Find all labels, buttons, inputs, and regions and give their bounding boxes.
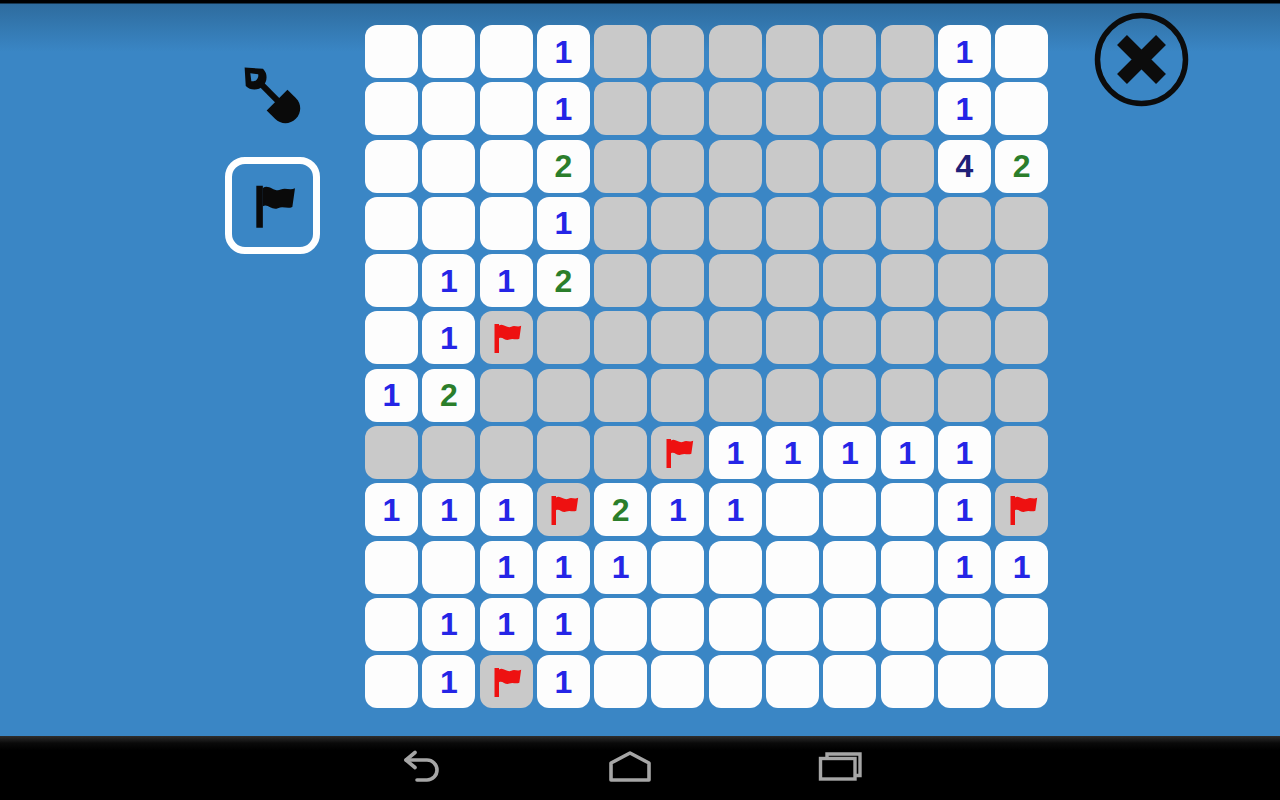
cell-r6-c2[interactable]: 1	[422, 311, 475, 364]
cell-r1-c8[interactable]	[766, 25, 819, 78]
cell-r6-c10[interactable]	[881, 311, 934, 364]
cell-r2-c2[interactable]	[422, 82, 475, 135]
cell-r6-c9[interactable]	[823, 311, 876, 364]
cell-r12-c12[interactable]	[995, 655, 1048, 708]
back-button[interactable]	[398, 750, 446, 787]
cell-r8-c8[interactable]: 1	[766, 426, 819, 479]
cell-r9-c6[interactable]: 1	[651, 483, 704, 536]
cell-r12-c8[interactable]	[766, 655, 819, 708]
recents-icon	[817, 751, 863, 783]
cell-r12-c5[interactable]	[594, 655, 647, 708]
flag-icon	[658, 433, 698, 473]
cell-r11-c12[interactable]	[995, 598, 1048, 651]
cell-r3-c12[interactable]: 2	[995, 140, 1048, 193]
cell-r6-c8[interactable]	[766, 311, 819, 364]
cell-r1-c6[interactable]	[651, 25, 704, 78]
cell-r9-c12[interactable]	[995, 483, 1048, 536]
cell-r3-c7[interactable]	[709, 140, 762, 193]
cell-r10-c9[interactable]	[823, 541, 876, 594]
cell-r12-c7[interactable]	[709, 655, 762, 708]
cell-r4-c11[interactable]	[938, 197, 991, 250]
cell-r1-c9[interactable]	[823, 25, 876, 78]
cell-r6-c3[interactable]	[480, 311, 533, 364]
cell-r9-c9[interactable]	[823, 483, 876, 536]
cell-r9-c10[interactable]	[881, 483, 934, 536]
cell-r3-c4[interactable]: 2	[537, 140, 590, 193]
cell-r4-c7[interactable]	[709, 197, 762, 250]
cell-r8-c7[interactable]: 1	[709, 426, 762, 479]
cell-r2-c7[interactable]	[709, 82, 762, 135]
cell-r12-c10[interactable]	[881, 655, 934, 708]
cell-r4-c5[interactable]	[594, 197, 647, 250]
cell-r1-c1[interactable]	[365, 25, 418, 78]
cell-r6-c12[interactable]	[995, 311, 1048, 364]
cell-r4-c1[interactable]	[365, 197, 418, 250]
cell-r10-c6[interactable]	[651, 541, 704, 594]
android-navbar	[0, 736, 1280, 800]
recents-button[interactable]	[817, 751, 863, 786]
cell-r10-c4[interactable]: 1	[537, 541, 590, 594]
cell-r5-c4[interactable]: 2	[537, 254, 590, 307]
cell-r5-c9[interactable]	[823, 254, 876, 307]
cell-r3-c5[interactable]	[594, 140, 647, 193]
cell-r6-c1[interactable]	[365, 311, 418, 364]
cell-r1-c7[interactable]	[709, 25, 762, 78]
cell-r7-c7[interactable]	[709, 369, 762, 422]
cell-r1-c4[interactable]: 1	[537, 25, 590, 78]
cell-r3-c9[interactable]	[823, 140, 876, 193]
cell-r11-c3[interactable]: 1	[480, 598, 533, 651]
cell-r12-c3[interactable]	[480, 655, 533, 708]
cell-r11-c1[interactable]	[365, 598, 418, 651]
cell-r10-c2[interactable]	[422, 541, 475, 594]
cell-r11-c4[interactable]: 1	[537, 598, 590, 651]
game-area: 111124211121121111111121111111111111	[0, 0, 1280, 736]
cell-r4-c10[interactable]	[881, 197, 934, 250]
cell-r2-c9[interactable]	[823, 82, 876, 135]
cell-r10-c5[interactable]: 1	[594, 541, 647, 594]
cell-r5-c5[interactable]	[594, 254, 647, 307]
cell-r2-c8[interactable]	[766, 82, 819, 135]
cell-r12-c9[interactable]	[823, 655, 876, 708]
cell-r9-c1[interactable]: 1	[365, 483, 418, 536]
cell-r7-c10[interactable]	[881, 369, 934, 422]
cell-r6-c7[interactable]	[709, 311, 762, 364]
cell-r12-c1[interactable]	[365, 655, 418, 708]
flag-icon	[486, 318, 526, 358]
dig-tool-button[interactable]	[230, 53, 316, 139]
cell-r8-c9[interactable]: 1	[823, 426, 876, 479]
cell-r10-c10[interactable]	[881, 541, 934, 594]
cell-r6-c6[interactable]	[651, 311, 704, 364]
cell-r3-c1[interactable]	[365, 140, 418, 193]
cell-r7-c3[interactable]	[480, 369, 533, 422]
cell-r12-c2[interactable]: 1	[422, 655, 475, 708]
cell-r10-c12[interactable]: 1	[995, 541, 1048, 594]
cell-r7-c9[interactable]	[823, 369, 876, 422]
flag-tool-button[interactable]	[225, 157, 320, 254]
cell-r7-c1[interactable]: 1	[365, 369, 418, 422]
cell-r11-c2[interactable]: 1	[422, 598, 475, 651]
cell-r1-c11[interactable]: 1	[938, 25, 991, 78]
cell-r12-c6[interactable]	[651, 655, 704, 708]
minesweeper-screen: 111124211121121111111121111111111111	[0, 0, 1280, 800]
cell-r9-c7[interactable]: 1	[709, 483, 762, 536]
cell-r4-c3[interactable]	[480, 197, 533, 250]
cell-r3-c11[interactable]: 4	[938, 140, 991, 193]
cell-r8-c10[interactable]: 1	[881, 426, 934, 479]
cell-r8-c11[interactable]: 1	[938, 426, 991, 479]
cell-r5-c3[interactable]: 1	[480, 254, 533, 307]
cell-r2-c10[interactable]	[881, 82, 934, 135]
home-button[interactable]	[605, 751, 655, 786]
cell-r2-c3[interactable]	[480, 82, 533, 135]
minesweeper-board: 111124211121121111111121111111111111	[365, 25, 1048, 708]
cell-r9-c2[interactable]: 1	[422, 483, 475, 536]
cell-r5-c11[interactable]	[938, 254, 991, 307]
cell-r3-c6[interactable]	[651, 140, 704, 193]
cell-r2-c6[interactable]	[651, 82, 704, 135]
cell-r4-c6[interactable]	[651, 197, 704, 250]
cell-r2-c11[interactable]: 1	[938, 82, 991, 135]
cell-r10-c8[interactable]	[766, 541, 819, 594]
cell-r6-c4[interactable]	[537, 311, 590, 364]
cell-r5-c2[interactable]: 1	[422, 254, 475, 307]
cell-r1-c3[interactable]	[480, 25, 533, 78]
cell-r9-c3[interactable]: 1	[480, 483, 533, 536]
flag-icon	[1002, 490, 1042, 530]
flag-icon	[543, 490, 583, 530]
cell-r8-c3[interactable]	[480, 426, 533, 479]
cell-r6-c11[interactable]	[938, 311, 991, 364]
cell-r5-c12[interactable]	[995, 254, 1048, 307]
cell-r4-c8[interactable]	[766, 197, 819, 250]
cell-r4-c9[interactable]	[823, 197, 876, 250]
cell-r12-c4[interactable]: 1	[537, 655, 590, 708]
cell-r5-c10[interactable]	[881, 254, 934, 307]
cell-r9-c11[interactable]: 1	[938, 483, 991, 536]
cell-r5-c8[interactable]	[766, 254, 819, 307]
cell-r4-c2[interactable]	[422, 197, 475, 250]
cell-r3-c2[interactable]	[422, 140, 475, 193]
cell-r7-c12[interactable]	[995, 369, 1048, 422]
cell-r11-c8[interactable]	[766, 598, 819, 651]
flag-icon	[244, 177, 302, 235]
cell-r8-c5[interactable]	[594, 426, 647, 479]
shovel-icon	[230, 53, 316, 139]
home-icon	[605, 751, 655, 783]
cell-r9-c5[interactable]: 2	[594, 483, 647, 536]
cell-r1-c2[interactable]	[422, 25, 475, 78]
cell-r9-c8[interactable]	[766, 483, 819, 536]
cell-r2-c5[interactable]	[594, 82, 647, 135]
cell-r11-c11[interactable]	[938, 598, 991, 651]
back-icon	[398, 750, 446, 784]
cell-r3-c3[interactable]	[480, 140, 533, 193]
cell-r3-c10[interactable]	[881, 140, 934, 193]
cell-r6-c5[interactable]	[594, 311, 647, 364]
cell-r11-c7[interactable]	[709, 598, 762, 651]
cell-r7-c8[interactable]	[766, 369, 819, 422]
cell-r11-c9[interactable]	[823, 598, 876, 651]
cell-r8-c12[interactable]	[995, 426, 1048, 479]
cell-r10-c1[interactable]	[365, 541, 418, 594]
cell-r11-c6[interactable]	[651, 598, 704, 651]
cell-r1-c5[interactable]	[594, 25, 647, 78]
close-icon	[1092, 10, 1191, 109]
cell-r10-c3[interactable]: 1	[480, 541, 533, 594]
cell-r8-c2[interactable]	[422, 426, 475, 479]
cell-r8-c6[interactable]	[651, 426, 704, 479]
cell-r4-c4[interactable]: 1	[537, 197, 590, 250]
cell-r10-c11[interactable]: 1	[938, 541, 991, 594]
cell-r4-c12[interactable]	[995, 197, 1048, 250]
cell-r7-c6[interactable]	[651, 369, 704, 422]
cell-r7-c11[interactable]	[938, 369, 991, 422]
cell-r2-c4[interactable]: 1	[537, 82, 590, 135]
cell-r10-c7[interactable]	[709, 541, 762, 594]
cell-r8-c1[interactable]	[365, 426, 418, 479]
cell-r3-c8[interactable]	[766, 140, 819, 193]
cell-r5-c1[interactable]	[365, 254, 418, 307]
cell-r7-c2[interactable]: 2	[422, 369, 475, 422]
cell-r5-c7[interactable]	[709, 254, 762, 307]
cell-r7-c4[interactable]	[537, 369, 590, 422]
cell-r5-c6[interactable]	[651, 254, 704, 307]
cell-r12-c11[interactable]	[938, 655, 991, 708]
cell-r9-c4[interactable]	[537, 483, 590, 536]
close-button[interactable]	[1092, 10, 1191, 109]
cell-r11-c10[interactable]	[881, 598, 934, 651]
cell-r2-c1[interactable]	[365, 82, 418, 135]
cell-r11-c5[interactable]	[594, 598, 647, 651]
cell-r1-c12[interactable]	[995, 25, 1048, 78]
flag-icon	[486, 662, 526, 702]
cell-r8-c4[interactable]	[537, 426, 590, 479]
cell-r7-c5[interactable]	[594, 369, 647, 422]
cell-r2-c12[interactable]	[995, 82, 1048, 135]
cell-r1-c10[interactable]	[881, 25, 934, 78]
